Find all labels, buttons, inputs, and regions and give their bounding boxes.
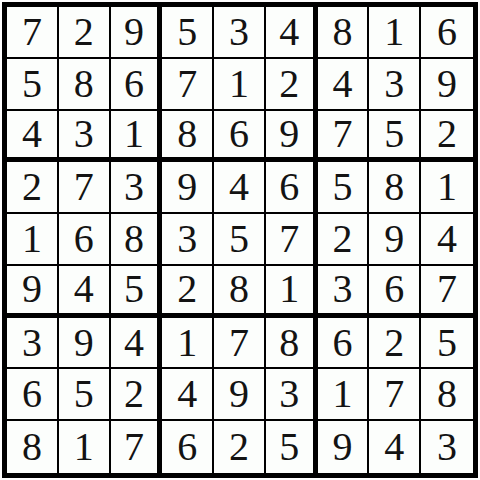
cell-r2c3[interactable]: 6	[111, 59, 163, 111]
cell-r3c8[interactable]: 5	[369, 111, 421, 163]
cell-r4c2[interactable]: 7	[59, 162, 111, 214]
cell-r6c9[interactable]: 7	[421, 266, 473, 318]
cell-r6c4[interactable]: 2	[162, 266, 214, 318]
cell-r2c1[interactable]: 5	[7, 59, 59, 111]
cell-r9c7[interactable]: 9	[318, 421, 370, 473]
cell-r9c8[interactable]: 4	[369, 421, 421, 473]
cell-r1c2[interactable]: 2	[59, 7, 111, 59]
cell-r1c8[interactable]: 1	[369, 7, 421, 59]
cell-r5c6[interactable]: 7	[266, 214, 318, 266]
cell-r9c4[interactable]: 6	[162, 421, 214, 473]
cell-r9c9[interactable]: 3	[421, 421, 473, 473]
cell-r5c4[interactable]: 3	[162, 214, 214, 266]
cell-r7c1[interactable]: 3	[7, 318, 59, 370]
cell-r1c7[interactable]: 8	[318, 7, 370, 59]
cell-r4c4[interactable]: 9	[162, 162, 214, 214]
cell-r4c9[interactable]: 1	[421, 162, 473, 214]
cell-r6c7[interactable]: 3	[318, 266, 370, 318]
cell-r2c4[interactable]: 7	[162, 59, 214, 111]
cell-r7c6[interactable]: 8	[266, 318, 318, 370]
cell-r8c8[interactable]: 7	[369, 369, 421, 421]
cell-r1c9[interactable]: 6	[421, 7, 473, 59]
cell-r5c9[interactable]: 4	[421, 214, 473, 266]
cell-r6c6[interactable]: 1	[266, 266, 318, 318]
cell-r1c6[interactable]: 4	[266, 7, 318, 59]
cell-r4c3[interactable]: 3	[111, 162, 163, 214]
cell-r2c6[interactable]: 2	[266, 59, 318, 111]
cell-r1c1[interactable]: 7	[7, 7, 59, 59]
cell-r5c2[interactable]: 6	[59, 214, 111, 266]
cell-r1c4[interactable]: 5	[162, 7, 214, 59]
cell-r3c3[interactable]: 1	[111, 111, 163, 163]
cell-r5c8[interactable]: 9	[369, 214, 421, 266]
cell-r8c5[interactable]: 9	[214, 369, 266, 421]
cell-r8c4[interactable]: 4	[162, 369, 214, 421]
cell-r5c7[interactable]: 2	[318, 214, 370, 266]
cell-r2c9[interactable]: 9	[421, 59, 473, 111]
sudoku-board: 7295348165867124394318697522739465811683…	[2, 2, 478, 478]
cell-r3c5[interactable]: 6	[214, 111, 266, 163]
cell-r4c6[interactable]: 6	[266, 162, 318, 214]
cell-r1c5[interactable]: 3	[214, 7, 266, 59]
cell-r2c5[interactable]: 1	[214, 59, 266, 111]
cell-r1c3[interactable]: 9	[111, 7, 163, 59]
cell-r6c8[interactable]: 6	[369, 266, 421, 318]
cell-r7c3[interactable]: 4	[111, 318, 163, 370]
cell-r3c7[interactable]: 7	[318, 111, 370, 163]
cell-r9c5[interactable]: 2	[214, 421, 266, 473]
cell-r7c9[interactable]: 5	[421, 318, 473, 370]
cell-r2c8[interactable]: 3	[369, 59, 421, 111]
sudoku-page: 7295348165867124394318697522739465811683…	[0, 0, 480, 480]
cell-r8c2[interactable]: 5	[59, 369, 111, 421]
cell-r2c7[interactable]: 4	[318, 59, 370, 111]
cell-r8c3[interactable]: 2	[111, 369, 163, 421]
cell-r7c4[interactable]: 1	[162, 318, 214, 370]
cell-r4c1[interactable]: 2	[7, 162, 59, 214]
cell-r3c4[interactable]: 8	[162, 111, 214, 163]
cell-r6c5[interactable]: 8	[214, 266, 266, 318]
cell-r7c7[interactable]: 6	[318, 318, 370, 370]
cell-r8c7[interactable]: 1	[318, 369, 370, 421]
cell-r3c6[interactable]: 9	[266, 111, 318, 163]
cell-r7c2[interactable]: 9	[59, 318, 111, 370]
cell-r9c6[interactable]: 5	[266, 421, 318, 473]
cell-r6c2[interactable]: 4	[59, 266, 111, 318]
cell-r6c1[interactable]: 9	[7, 266, 59, 318]
cell-r7c8[interactable]: 2	[369, 318, 421, 370]
cell-r5c1[interactable]: 1	[7, 214, 59, 266]
cell-r5c3[interactable]: 8	[111, 214, 163, 266]
cell-r9c2[interactable]: 1	[59, 421, 111, 473]
cell-r3c1[interactable]: 4	[7, 111, 59, 163]
cell-r2c2[interactable]: 8	[59, 59, 111, 111]
cell-r4c5[interactable]: 4	[214, 162, 266, 214]
cell-r3c9[interactable]: 2	[421, 111, 473, 163]
cell-r9c1[interactable]: 8	[7, 421, 59, 473]
cell-r4c7[interactable]: 5	[318, 162, 370, 214]
cell-r5c5[interactable]: 5	[214, 214, 266, 266]
cell-r6c3[interactable]: 5	[111, 266, 163, 318]
cell-r4c8[interactable]: 8	[369, 162, 421, 214]
cell-r8c9[interactable]: 8	[421, 369, 473, 421]
cell-r3c2[interactable]: 3	[59, 111, 111, 163]
cell-r7c5[interactable]: 7	[214, 318, 266, 370]
cell-r9c3[interactable]: 7	[111, 421, 163, 473]
cell-r8c6[interactable]: 3	[266, 369, 318, 421]
cell-r8c1[interactable]: 6	[7, 369, 59, 421]
